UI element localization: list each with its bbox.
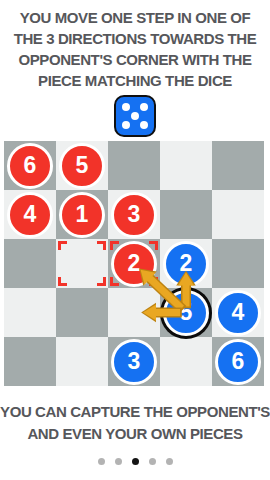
tutorial-caption: YOU CAN CAPTURE THE OPPONENT'S AND EVEN …: [0, 401, 270, 445]
page-dots: [0, 458, 270, 465]
board-square-r5c1[interactable]: [4, 337, 56, 386]
board-square-r2c1[interactable]: 4: [4, 190, 56, 239]
dice-icon: [114, 95, 156, 137]
tutorial-title-line: PIECE MATCHING THE DICE: [0, 70, 270, 91]
tutorial-title-line: YOU MOVE ONE STEP IN ONE OF: [0, 7, 270, 28]
page-dot-1[interactable]: [98, 458, 105, 465]
piece-red-4[interactable]: 4: [7, 192, 53, 238]
piece-blue-5[interactable]: 5: [163, 290, 209, 336]
tutorial-title-line: OPPONENT'S CORNER WITH THE: [0, 49, 270, 70]
board-square-r5c3[interactable]: 3: [108, 337, 160, 386]
tutorial-page: YOU MOVE ONE STEP IN ONE OF THE 3 DIRECT…: [0, 0, 270, 480]
board-square-r3c2[interactable]: [56, 239, 108, 288]
board-square-r1c1[interactable]: 6: [4, 141, 56, 190]
game-board: 65413225436: [4, 141, 264, 386]
dice-pip: [131, 112, 139, 120]
board-square-r2c5[interactable]: [212, 190, 264, 239]
board-square-r1c4[interactable]: [160, 141, 212, 190]
page-dot-4[interactable]: [149, 458, 156, 465]
dice-pip: [140, 103, 148, 111]
board-square-r4c2[interactable]: [56, 288, 108, 337]
piece-red-6[interactable]: 6: [7, 143, 53, 189]
board-square-r4c1[interactable]: [4, 288, 56, 337]
piece-red-5[interactable]: 5: [59, 143, 105, 189]
board-square-r2c2[interactable]: 1: [56, 190, 108, 239]
board-square-r5c5[interactable]: 6: [212, 337, 264, 386]
board-square-r1c3[interactable]: [108, 141, 160, 190]
dice-pip: [122, 103, 130, 111]
piece-blue-6[interactable]: 6: [215, 339, 261, 385]
board-square-r4c3[interactable]: [108, 288, 160, 337]
board-square-r3c4[interactable]: 2: [160, 239, 212, 288]
tutorial-title-line: THE 3 DIRECTIONS TOWARDS THE: [0, 28, 270, 49]
page-dot-3-active[interactable]: [132, 458, 139, 465]
piece-blue-4[interactable]: 4: [215, 290, 261, 336]
page-dot-2[interactable]: [115, 458, 122, 465]
move-highlight-bracket: [58, 241, 106, 286]
piece-red-3[interactable]: 3: [111, 192, 157, 238]
board-square-r1c2[interactable]: 5: [56, 141, 108, 190]
board-square-r4c5[interactable]: 4: [212, 288, 264, 337]
dice-pip: [140, 121, 148, 129]
board-square-r3c1[interactable]: [4, 239, 56, 288]
tutorial-title: YOU MOVE ONE STEP IN ONE OF THE 3 DIRECT…: [0, 7, 270, 91]
page-dot-5[interactable]: [166, 458, 173, 465]
board-square-r5c4[interactable]: [160, 337, 212, 386]
dice-pip: [122, 121, 130, 129]
piece-blue-3[interactable]: 3: [111, 339, 157, 385]
board-square-r1c5[interactable]: [212, 141, 264, 190]
board-square-r5c2[interactable]: [56, 337, 108, 386]
board-square-r2c4[interactable]: [160, 190, 212, 239]
tutorial-caption-line: YOU CAN CAPTURE THE OPPONENT'S: [0, 401, 270, 423]
board-square-r2c3[interactable]: 3: [108, 190, 160, 239]
piece-red-2[interactable]: 2: [111, 241, 157, 287]
piece-red-1[interactable]: 1: [59, 192, 105, 238]
tutorial-caption-line: AND EVEN YOUR OWN PIECES: [0, 423, 270, 445]
piece-blue-2[interactable]: 2: [163, 241, 209, 287]
board-square-r3c5[interactable]: [212, 239, 264, 288]
board-square-r3c3[interactable]: 2: [108, 239, 160, 288]
board-square-r4c4[interactable]: 5: [160, 288, 212, 337]
